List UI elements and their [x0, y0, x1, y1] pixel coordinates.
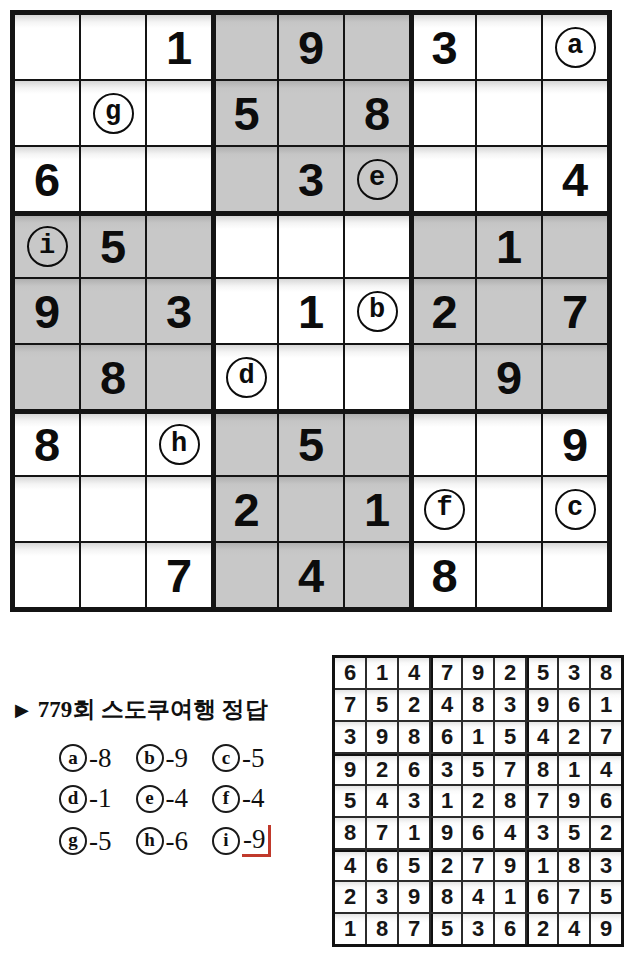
- answer-entry-g: g-5: [59, 825, 112, 857]
- circled-letter-c: c: [212, 744, 240, 772]
- puzzle-cell-r9c2: [81, 543, 145, 607]
- solution-cell-r8c8: 7: [559, 882, 589, 912]
- given-digit: 1: [166, 24, 192, 71]
- puzzle-cell-r4c5: [279, 213, 343, 277]
- given-digit: 4: [298, 552, 324, 599]
- solution-cell-r8c9: 5: [591, 882, 621, 912]
- answer-key: ▶ 779회 스도쿠여행 정답 a-8 b-9 c-5 d-1: [15, 694, 271, 857]
- solution-cell-r9c1: 1: [335, 914, 365, 944]
- given-digit: 3: [298, 156, 324, 203]
- puzzle-cell-r9c6: [345, 543, 409, 607]
- solution-cell-r4c9: 4: [591, 754, 621, 784]
- given-digit: 7: [166, 552, 192, 599]
- dash: -: [89, 783, 98, 813]
- red-check-mark: -9: [242, 825, 271, 857]
- solution-cell-r3c2: 9: [367, 722, 397, 752]
- puzzle-cell-r1c5: 9: [279, 15, 343, 79]
- solution-cell-r9c7: 2: [527, 914, 557, 944]
- puzzle-cell-r8c2: [81, 477, 145, 541]
- answer-entry-f: f-4: [212, 784, 265, 812]
- circled-letter-e: e: [357, 159, 398, 200]
- answer-entry-h: h-6: [136, 825, 189, 857]
- puzzle-cell-r5c4: [213, 279, 277, 343]
- puzzle-cell-r4c9: [543, 213, 607, 277]
- puzzle-cell-r5c9: 7: [543, 279, 607, 343]
- puzzle-cell-r9c1: [15, 543, 79, 607]
- solution-grid: 6147925387524839613986154279263578145431…: [332, 655, 624, 947]
- solution-cell-r4c6: 7: [495, 754, 525, 784]
- solution-cell-r3c7: 4: [527, 722, 557, 752]
- solution-cell-r5c2: 4: [367, 786, 397, 816]
- puzzle-cell-r2c4: 5: [213, 81, 277, 145]
- given-digit: 9: [496, 354, 522, 401]
- solution-cell-r3c5: 1: [463, 722, 493, 752]
- circled-letter-b: b: [136, 744, 164, 772]
- solution-cell-r1c7: 5: [527, 658, 557, 688]
- dash: -: [166, 826, 175, 856]
- answer-key-title: ▶ 779회 스도쿠여행 정답: [15, 694, 271, 725]
- puzzle-cell-r3c3: [147, 147, 211, 211]
- puzzle-cell-r1c8: [477, 15, 541, 79]
- given-digit: 9: [34, 288, 60, 335]
- puzzle-cell-r7c5: 5: [279, 411, 343, 475]
- solution-cell-r2c4: 4: [431, 690, 461, 720]
- puzzle-cell-r4c3: [147, 213, 211, 277]
- circled-letter-d: d: [59, 785, 87, 813]
- given-digit: 7: [562, 288, 588, 335]
- puzzle-cell-r5c8: [477, 279, 541, 343]
- solution-cell-r6c1: 8: [335, 818, 365, 848]
- given-digit: 1: [298, 288, 324, 335]
- puzzle-cell-r9c9: [543, 543, 607, 607]
- given-digit: 8: [364, 90, 390, 137]
- solution-cell-r1c8: 3: [559, 658, 589, 688]
- solution-cell-r4c7: 8: [527, 754, 557, 784]
- puzzle-cell-r2c7: [411, 81, 475, 145]
- puzzle-cell-r7c8: [477, 411, 541, 475]
- solution-cell-r6c8: 5: [559, 818, 589, 848]
- puzzle-cell-r3c4: [213, 147, 277, 211]
- circled-letter-b: b: [357, 291, 398, 332]
- puzzle-cell-r4c4: [213, 213, 277, 277]
- puzzle-cell-r2c2: g: [81, 81, 145, 145]
- solution-cell-r5c9: 6: [591, 786, 621, 816]
- solution-cell-r9c3: 7: [399, 914, 429, 944]
- solution-cell-r9c6: 6: [495, 914, 525, 944]
- puzzle-cell-r3c6: e: [345, 147, 409, 211]
- solution-cell-r7c6: 9: [495, 850, 525, 880]
- solution-cell-r7c9: 3: [591, 850, 621, 880]
- puzzle-cell-r5c6: b: [345, 279, 409, 343]
- answer-value: 4: [175, 783, 189, 813]
- puzzle-cell-r5c5: 1: [279, 279, 343, 343]
- solution-cell-r1c4: 7: [431, 658, 461, 688]
- puzzle-cell-r5c3: 3: [147, 279, 211, 343]
- solution-cell-r8c2: 3: [367, 882, 397, 912]
- solution-cell-r6c7: 3: [527, 818, 557, 848]
- answer-entry-e: e-4: [136, 784, 189, 812]
- puzzle-cell-r4c7: [411, 213, 475, 277]
- solution-cell-r5c8: 9: [559, 786, 589, 816]
- puzzle-cell-r1c6: [345, 15, 409, 79]
- puzzle-cell-r7c2: [81, 411, 145, 475]
- puzzle-cell-r2c6: 8: [345, 81, 409, 145]
- puzzle-cell-r6c4: d: [213, 345, 277, 409]
- puzzle-cell-r3c5: 3: [279, 147, 343, 211]
- given-digit: 2: [233, 486, 259, 533]
- given-digit: 6: [34, 156, 60, 203]
- answer-value: 9: [252, 824, 266, 854]
- answer-value: 1: [98, 783, 112, 813]
- circled-letter-a: a: [59, 744, 87, 772]
- puzzle-cell-r9c3: 7: [147, 543, 211, 607]
- answer-entry-c: c-5: [212, 744, 265, 772]
- puzzle-cell-r9c4: [213, 543, 277, 607]
- given-digit: 1: [364, 486, 390, 533]
- given-digit: 5: [100, 223, 126, 270]
- puzzle-cell-r1c7: 3: [411, 15, 475, 79]
- solution-cell-r7c4: 2: [431, 850, 461, 880]
- puzzle-cell-r6c3: [147, 345, 211, 409]
- solution-cell-r9c2: 8: [367, 914, 397, 944]
- solution-cell-r4c4: 3: [431, 754, 461, 784]
- puzzle-cell-r2c3: [147, 81, 211, 145]
- puzzle-cell-r7c4: [213, 411, 277, 475]
- solution-cell-r6c6: 4: [495, 818, 525, 848]
- puzzle-cell-r3c1: 6: [15, 147, 79, 211]
- solution-cell-r4c2: 2: [367, 754, 397, 784]
- given-digit: 3: [166, 288, 192, 335]
- puzzle-cell-r2c5: [279, 81, 343, 145]
- solution-cell-r1c1: 6: [335, 658, 365, 688]
- puzzle-cell-r9c5: 4: [279, 543, 343, 607]
- puzzle-cell-r2c8: [477, 81, 541, 145]
- puzzle-cell-r6c1: [15, 345, 79, 409]
- dash: -: [242, 743, 251, 773]
- solution-cell-r8c7: 6: [527, 882, 557, 912]
- solution-cell-r1c2: 1: [367, 658, 397, 688]
- given-digit: 2: [431, 288, 457, 335]
- puzzle-cell-r7c6: [345, 411, 409, 475]
- solution-cell-r2c8: 6: [559, 690, 589, 720]
- puzzle-cell-r9c8: [477, 543, 541, 607]
- puzzle-cell-r1c3: 1: [147, 15, 211, 79]
- solution-cell-r8c6: 1: [495, 882, 525, 912]
- puzzle-cell-r4c2: 5: [81, 213, 145, 277]
- solution-cell-r3c1: 3: [335, 722, 365, 752]
- puzzle-cell-r2c1: [15, 81, 79, 145]
- answer-key-row: a-8 b-9 c-5: [59, 744, 271, 772]
- circled-letter-i: i: [212, 827, 240, 855]
- puzzle-cell-r2c9: [543, 81, 607, 145]
- solution-cell-r8c4: 8: [431, 882, 461, 912]
- answer-value: 6: [175, 826, 189, 856]
- puzzle-cell-r8c1: [15, 477, 79, 541]
- dash: -: [166, 743, 175, 773]
- solution-cell-r1c3: 4: [399, 658, 429, 688]
- circled-letter-c: c: [555, 489, 596, 530]
- given-digit: 8: [431, 552, 457, 599]
- circled-letter-f: f: [212, 785, 240, 813]
- dash: -: [243, 824, 252, 854]
- given-digit: 1: [496, 223, 522, 270]
- solution-cell-r2c3: 2: [399, 690, 429, 720]
- puzzle-cell-r8c3: [147, 477, 211, 541]
- puzzle-cell-r4c8: 1: [477, 213, 541, 277]
- puzzle-cell-r6c2: 8: [81, 345, 145, 409]
- circled-letter-a: a: [555, 27, 596, 68]
- solution-cell-r6c2: 7: [367, 818, 397, 848]
- answer-entry-d: d-1: [59, 784, 112, 812]
- solution-cell-r7c3: 5: [399, 850, 429, 880]
- circled-letter-g: g: [93, 93, 134, 134]
- solution-cell-r4c3: 6: [399, 754, 429, 784]
- solution-cell-r8c5: 4: [463, 882, 493, 912]
- solution-cell-r8c3: 9: [399, 882, 429, 912]
- answer-key-title-text: 779회 스도쿠여행 정답: [38, 694, 268, 725]
- circled-letter-g: g: [59, 827, 87, 855]
- given-digit: 8: [100, 354, 126, 401]
- puzzle-cell-r8c9: c: [543, 477, 607, 541]
- answer-entry-a: a-8: [59, 744, 112, 772]
- dash: -: [89, 743, 98, 773]
- puzzle-cell-r4c1: i: [15, 213, 79, 277]
- sudoku-page: 193ag5863e4i51931b278d98h5921fc748 ▶ 779…: [0, 0, 630, 955]
- solution-cell-r9c4: 5: [431, 914, 461, 944]
- given-digit: 9: [562, 421, 588, 468]
- puzzle-cell-r7c1: 8: [15, 411, 79, 475]
- solution-cell-r2c6: 3: [495, 690, 525, 720]
- solution-cell-r2c2: 5: [367, 690, 397, 720]
- solution-cell-r2c9: 1: [591, 690, 621, 720]
- puzzle-cell-r5c1: 9: [15, 279, 79, 343]
- puzzle-cell-r5c7: 2: [411, 279, 475, 343]
- dash: -: [166, 783, 175, 813]
- answer-entry-b: b-9: [136, 744, 189, 772]
- dash: -: [242, 783, 251, 813]
- puzzle-cell-r6c5: [279, 345, 343, 409]
- dash: -: [89, 826, 98, 856]
- given-digit: 3: [431, 24, 457, 71]
- puzzle-cell-r8c5: [279, 477, 343, 541]
- puzzle-cell-r3c2: [81, 147, 145, 211]
- circled-letter-d: d: [226, 357, 267, 398]
- solution-cell-r3c3: 8: [399, 722, 429, 752]
- answer-key-row: g-5 h-6 i-9: [59, 825, 271, 857]
- solution-cell-r2c7: 9: [527, 690, 557, 720]
- solution-cell-r3c4: 6: [431, 722, 461, 752]
- solution-cell-r6c5: 6: [463, 818, 493, 848]
- solution-cell-r6c9: 2: [591, 818, 621, 848]
- given-digit: 9: [298, 24, 324, 71]
- solution-cell-r8c1: 2: [335, 882, 365, 912]
- solution-cell-r3c6: 5: [495, 722, 525, 752]
- solution-cell-r7c1: 4: [335, 850, 365, 880]
- solution-cell-r9c9: 9: [591, 914, 621, 944]
- solution-cell-r2c1: 7: [335, 690, 365, 720]
- solution-cell-r9c5: 3: [463, 914, 493, 944]
- puzzle-cell-r6c6: [345, 345, 409, 409]
- solution-cell-r1c9: 8: [591, 658, 621, 688]
- solution-cell-r7c7: 1: [527, 850, 557, 880]
- puzzle-cell-r1c1: [15, 15, 79, 79]
- solution-cell-r5c5: 2: [463, 786, 493, 816]
- puzzle-cell-r4c6: [345, 213, 409, 277]
- answer-value: 5: [98, 826, 112, 856]
- puzzle-cell-r6c7: [411, 345, 475, 409]
- puzzle-cell-r7c7: [411, 411, 475, 475]
- puzzle-grid: 193ag5863e4i51931b278d98h5921fc748: [10, 10, 612, 612]
- puzzle-cell-r6c8: 9: [477, 345, 541, 409]
- circled-letter-e: e: [136, 785, 164, 813]
- solution-cell-r5c3: 3: [399, 786, 429, 816]
- solution-cell-r9c8: 4: [559, 914, 589, 944]
- puzzle-cell-r1c9: a: [543, 15, 607, 79]
- puzzle-cell-r3c9: 4: [543, 147, 607, 211]
- answer-value: 4: [251, 783, 265, 813]
- given-digit: 5: [298, 421, 324, 468]
- circled-letter-i: i: [27, 226, 68, 267]
- puzzle-cell-r8c4: 2: [213, 477, 277, 541]
- answer-value: 5: [251, 743, 265, 773]
- puzzle-cell-r7c9: 9: [543, 411, 607, 475]
- puzzle-cell-r7c3: h: [147, 411, 211, 475]
- solution-cell-r4c5: 5: [463, 754, 493, 784]
- answer-value: 9: [175, 743, 189, 773]
- solution-cell-r1c6: 2: [495, 658, 525, 688]
- solution-cell-r3c9: 7: [591, 722, 621, 752]
- solution-cell-r2c5: 8: [463, 690, 493, 720]
- given-digit: 5: [233, 90, 259, 137]
- solution-cell-r7c2: 6: [367, 850, 397, 880]
- answer-key-row: d-1 e-4 f-4: [59, 784, 271, 812]
- solution-cell-r5c1: 5: [335, 786, 365, 816]
- puzzle-cell-r5c2: [81, 279, 145, 343]
- solution-cell-r7c8: 8: [559, 850, 589, 880]
- solution-cell-r6c4: 9: [431, 818, 461, 848]
- puzzle-cell-r9c7: 8: [411, 543, 475, 607]
- answer-value: 8: [98, 743, 112, 773]
- solution-cell-r4c8: 1: [559, 754, 589, 784]
- solution-cell-r6c3: 1: [399, 818, 429, 848]
- solution-cell-r5c4: 1: [431, 786, 461, 816]
- puzzle-cell-r1c4: [213, 15, 277, 79]
- puzzle-cell-r6c9: [543, 345, 607, 409]
- answer-key-rows: a-8 b-9 c-5 d-1 e-4 f-4: [59, 744, 271, 857]
- solution-cell-r4c1: 9: [335, 754, 365, 784]
- given-digit: 4: [562, 156, 588, 203]
- solution-cell-r7c5: 7: [463, 850, 493, 880]
- solution-cell-r1c5: 9: [463, 658, 493, 688]
- puzzle-cell-r3c8: [477, 147, 541, 211]
- bullet-triangle-icon: ▶: [15, 701, 29, 719]
- solution-cell-r3c8: 2: [559, 722, 589, 752]
- circled-letter-h: h: [136, 827, 164, 855]
- circled-letter-f: f: [424, 489, 465, 530]
- puzzle-cell-r8c7: f: [411, 477, 475, 541]
- puzzle-cell-r8c8: [477, 477, 541, 541]
- puzzle-cell-r1c2: [81, 15, 145, 79]
- puzzle-cell-r8c6: 1: [345, 477, 409, 541]
- answer-entry-i: i-9: [212, 825, 271, 857]
- puzzle-cell-r3c7: [411, 147, 475, 211]
- circled-letter-h: h: [159, 424, 200, 465]
- solution-cell-r5c7: 7: [527, 786, 557, 816]
- given-digit: 8: [34, 421, 60, 468]
- solution-cell-r5c6: 8: [495, 786, 525, 816]
